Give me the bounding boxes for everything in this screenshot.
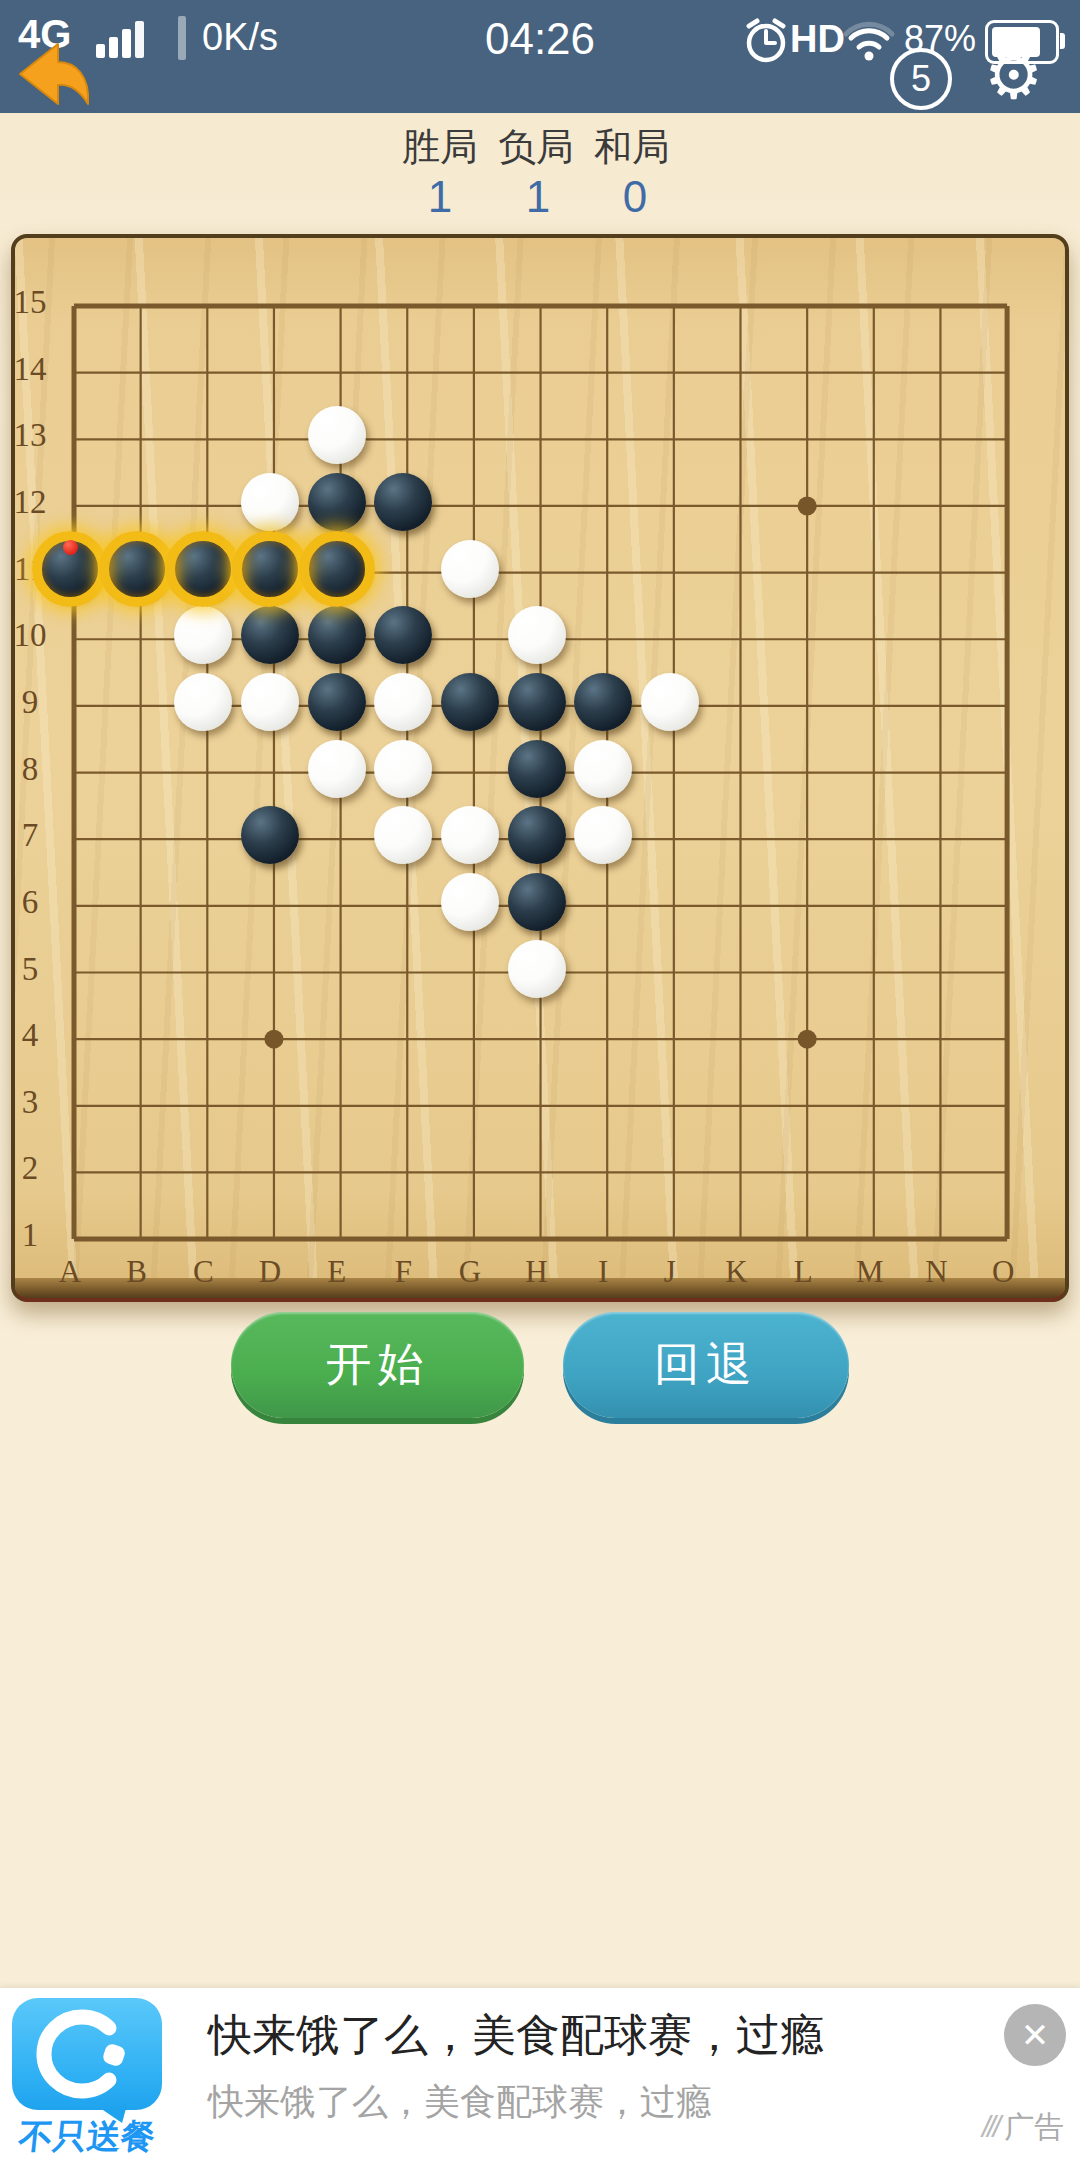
ad-subline-text: 快来饿了么，美食配球赛，过瘾 — [208, 2078, 712, 2127]
row-label-1: 1 — [22, 1217, 39, 1254]
stone-white-H5 — [508, 940, 566, 998]
star-point-L12 — [798, 496, 817, 515]
row-label-2: 2 — [22, 1150, 39, 1187]
row-label-9: 9 — [22, 683, 39, 720]
row-label-3: 3 — [22, 1083, 39, 1120]
row-label-4: 4 — [22, 1017, 39, 1054]
win-highlight-ring-E11 — [299, 531, 375, 607]
ad-provider-icon: /// — [982, 2110, 998, 2144]
stone-black-E10 — [308, 606, 366, 664]
row-label-7: 7 — [22, 817, 39, 854]
col-label-G: G — [459, 1254, 481, 1290]
row-label-13: 13 — [14, 417, 47, 454]
stone-black-H8 — [508, 740, 566, 798]
eleme-logo-icon — [12, 1998, 162, 2110]
stone-black-I9 — [574, 673, 632, 731]
stone-white-I7 — [574, 806, 632, 864]
win-highlight-ring-B11 — [99, 531, 175, 607]
col-label-F: F — [395, 1254, 412, 1290]
ad-banner[interactable]: 不只送餐 快来饿了么，美食配球赛，过瘾 快来饿了么，美食配球赛，过瘾 ✕ ///… — [0, 1988, 1080, 2160]
stone-black-D10 — [241, 606, 299, 664]
stone-black-H7 — [508, 806, 566, 864]
win-highlight-ring-D11 — [232, 531, 308, 607]
stone-white-C9 — [174, 673, 232, 731]
eleme-slogan-label: 不只送餐 — [4, 2114, 171, 2160]
move-counter-badge[interactable]: 5 — [890, 48, 952, 110]
stone-black-H9 — [508, 673, 566, 731]
stone-white-F9 — [374, 673, 432, 731]
alarm-icon — [740, 14, 792, 70]
stone-white-I8 — [574, 740, 632, 798]
stone-white-J9 — [641, 673, 699, 731]
clock-time-label: 04:26 — [485, 14, 595, 64]
col-label-B: B — [126, 1254, 147, 1290]
col-label-K: K — [725, 1254, 747, 1290]
stone-white-E13 — [308, 406, 366, 464]
stone-white-G7 — [441, 806, 499, 864]
signal-divider-icon — [178, 16, 186, 60]
col-label-J: J — [664, 1254, 676, 1290]
row-label-15: 15 — [14, 284, 47, 321]
start-button[interactable]: 开始 — [231, 1312, 524, 1418]
row-label-8: 8 — [22, 750, 39, 787]
star-point-L4 — [798, 1030, 817, 1049]
stone-black-E9 — [308, 673, 366, 731]
stone-white-G6 — [441, 873, 499, 931]
ad-headline-text: 快来饿了么，美食配球赛，过瘾 — [208, 2006, 824, 2065]
stone-black-F12 — [374, 473, 432, 531]
col-label-C: C — [193, 1254, 214, 1290]
stone-white-G11 — [441, 540, 499, 598]
col-label-L: L — [794, 1254, 813, 1290]
wifi-icon — [840, 16, 898, 66]
col-label-H: H — [525, 1254, 547, 1290]
col-label-E: E — [327, 1254, 346, 1290]
col-label-A: A — [59, 1254, 81, 1290]
score-draws-value: 0 — [575, 172, 695, 222]
stone-white-F8 — [374, 740, 432, 798]
gomoku-app-screen: { "game": "gomoku (五子棋) 15x15", "status_… — [0, 0, 1080, 2160]
stone-black-G9 — [441, 673, 499, 731]
ad-close-button[interactable]: ✕ — [1004, 2004, 1066, 2066]
settings-gear-icon[interactable]: ⚙ — [984, 40, 1043, 110]
col-label-O: O — [992, 1254, 1014, 1290]
row-label-14: 14 — [14, 350, 47, 387]
hd-indicator-label: HD — [790, 18, 845, 61]
undo-button[interactable]: 回退 — [563, 1312, 849, 1418]
row-label-10: 10 — [14, 617, 47, 654]
row-label-12: 12 — [14, 483, 47, 520]
score-draws-label: 和局 — [572, 122, 692, 173]
col-label-N: N — [925, 1254, 947, 1290]
col-label-M: M — [856, 1254, 884, 1290]
stone-black-D7 — [241, 806, 299, 864]
col-label-D: D — [259, 1254, 281, 1290]
stone-white-H10 — [508, 606, 566, 664]
stone-black-H6 — [508, 873, 566, 931]
back-arrow-icon[interactable] — [14, 38, 94, 114]
stone-white-D9 — [241, 673, 299, 731]
stone-black-E12 — [308, 473, 366, 531]
stone-white-D12 — [241, 473, 299, 531]
star-point-D4 — [264, 1030, 283, 1049]
row-label-5: 5 — [22, 950, 39, 987]
network-speed-label: 0K/s — [202, 16, 278, 59]
last-move-marker — [63, 540, 78, 555]
signal-strength-icon — [96, 18, 166, 58]
stone-white-E8 — [308, 740, 366, 798]
win-highlight-ring-C11 — [165, 531, 241, 607]
col-label-I: I — [598, 1254, 608, 1290]
row-label-6: 6 — [22, 883, 39, 920]
ad-label: ///广告 — [982, 2107, 1064, 2148]
